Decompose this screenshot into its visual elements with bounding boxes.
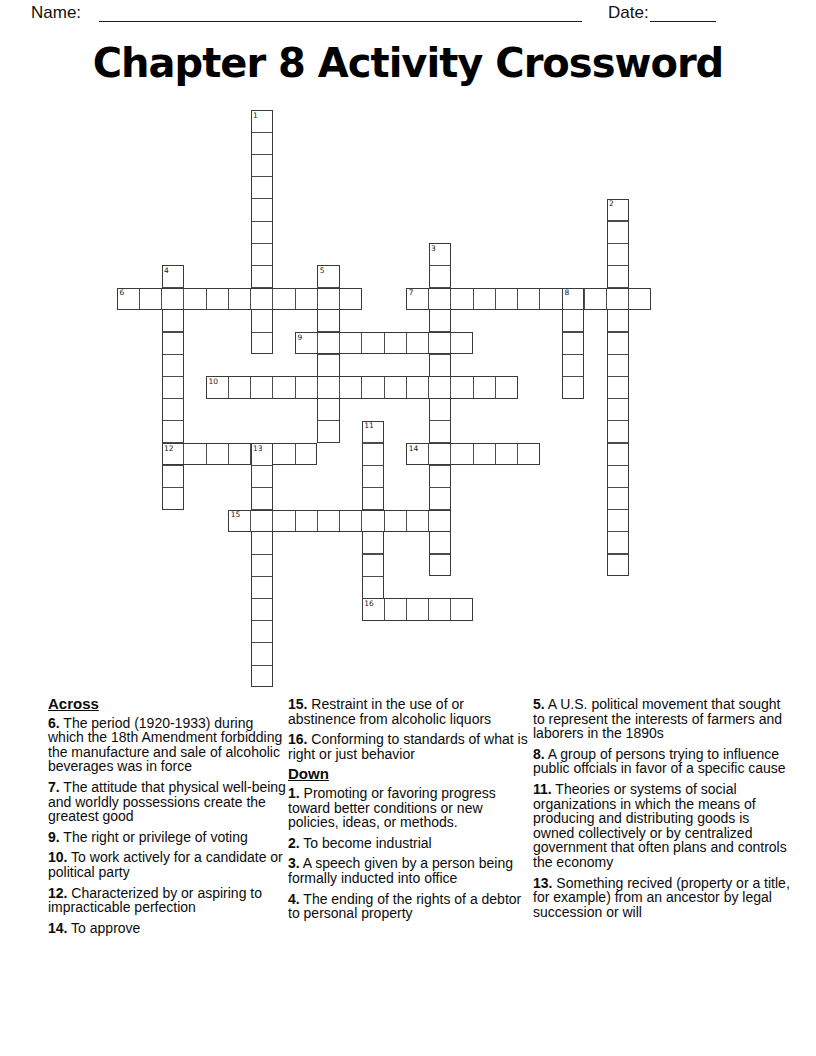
cell-separator (252, 487, 272, 488)
cell-separator (608, 465, 628, 466)
word-2-down (607, 199, 629, 576)
down-heading: Down (288, 767, 530, 782)
cell-number-14: 14 (409, 445, 419, 453)
cell-separator (428, 599, 429, 619)
cell-separator (608, 420, 628, 421)
cell-separator (450, 444, 451, 464)
cell-separator (163, 376, 183, 377)
cell-separator (252, 642, 272, 643)
cell-separator (563, 354, 583, 355)
cell-separator (363, 442, 383, 443)
cell-separator (563, 331, 583, 332)
cell-separator (495, 377, 496, 397)
cell-separator (272, 377, 273, 397)
clue-number: 10. (48, 849, 67, 865)
cell-separator (517, 444, 518, 464)
cell-separator (608, 265, 628, 266)
cell-number-8: 8 (565, 289, 570, 297)
clue-6-across: 6. The period (1920-1933) during which t… (48, 716, 288, 774)
cell-separator (252, 620, 272, 621)
cell-separator (608, 509, 628, 510)
cell-separator (406, 599, 407, 619)
cell-separator (317, 289, 318, 309)
cell-separator (430, 420, 450, 421)
cell-separator (450, 333, 451, 353)
clue-number: 5. (533, 696, 545, 712)
cell-number-1: 1 (253, 112, 258, 120)
cell-separator (295, 511, 296, 531)
cell-separator (252, 576, 272, 577)
cell-separator (163, 354, 183, 355)
cell-separator (428, 511, 429, 531)
clue-4-down: 4. The ending of the rights of a debtor … (288, 892, 530, 921)
cell-separator (428, 289, 429, 309)
word-14-across (406, 443, 540, 465)
cell-separator (161, 289, 162, 309)
cell-separator (252, 465, 272, 466)
clue-column-2: 15. Restraint in the use of or abstinenc… (288, 697, 530, 927)
cell-separator (450, 377, 451, 397)
cell-separator (252, 154, 272, 155)
word-1-down (251, 110, 273, 354)
cell-separator (252, 176, 272, 177)
cell-separator (163, 331, 183, 332)
cell-separator (295, 377, 296, 397)
clue-7-across: 7. The attitude that physical well-being… (48, 780, 288, 824)
cell-separator (318, 420, 338, 421)
cell-separator (406, 377, 407, 397)
clue-15-across: 15. Restraint in the use of or abstinenc… (288, 697, 530, 726)
clue-number: 1. (288, 785, 300, 801)
cell-number-2: 2 (609, 200, 614, 208)
cell-separator (608, 220, 628, 221)
word-9-across (295, 332, 473, 354)
cell-separator (428, 444, 429, 464)
cell-separator (430, 265, 450, 266)
cell-separator (295, 289, 296, 309)
clue-16-across: 16. Conforming to standards of what is r… (288, 732, 530, 761)
cell-separator (428, 377, 429, 397)
cell-separator (606, 289, 607, 309)
cell-number-15: 15 (231, 511, 241, 519)
cell-number-13: 13 (253, 445, 263, 453)
cell-separator (473, 377, 474, 397)
cell-separator (608, 376, 628, 377)
cell-separator (563, 309, 583, 310)
cell-separator (450, 599, 451, 619)
cell-separator (252, 132, 272, 133)
cell-separator (539, 289, 540, 309)
cell-separator (139, 289, 140, 309)
clue-number: 6. (48, 715, 60, 731)
cell-number-16: 16 (364, 600, 374, 608)
clue-1-down: 1. Promoting or favoring progress toward… (288, 786, 530, 830)
clue-13-down: 13. Something recived (property or a tit… (533, 876, 790, 920)
cell-separator (495, 444, 496, 464)
clue-10-across: 10. To work actively for a candidate or … (48, 850, 288, 879)
date-blank-line (650, 21, 716, 22)
cell-number-10: 10 (209, 378, 219, 386)
cell-separator (473, 444, 474, 464)
cell-number-11: 11 (364, 422, 374, 430)
clue-column-1: Across6. The period (1920-1933) during w… (48, 697, 288, 941)
word-13-down (251, 443, 273, 687)
clue-number: 9. (48, 829, 60, 845)
clue-number: 14. (48, 920, 67, 936)
cell-separator (608, 331, 628, 332)
cell-number-3: 3 (431, 245, 436, 253)
cell-separator (250, 511, 251, 531)
cell-separator (295, 444, 296, 464)
clue-column-3: 5. A U.S. political movement that sought… (533, 697, 790, 925)
cell-separator (361, 333, 362, 353)
cell-separator (252, 598, 272, 599)
cell-separator (272, 511, 273, 531)
cell-separator (450, 289, 451, 309)
cell-separator (363, 553, 383, 554)
name-label: Name: (31, 3, 81, 23)
cell-separator (406, 511, 407, 531)
cell-separator (608, 354, 628, 355)
page-title: Chapter 8 Activity Crossword (0, 40, 816, 86)
cell-number-4: 4 (164, 267, 169, 275)
clue-number: 13. (533, 875, 552, 891)
cell-separator (317, 377, 318, 397)
cell-separator (317, 511, 318, 531)
cell-separator (430, 553, 450, 554)
cell-separator (361, 377, 362, 397)
cell-separator (163, 420, 183, 421)
cell-separator (608, 487, 628, 488)
cell-separator (363, 576, 383, 577)
cell-separator (252, 265, 272, 266)
cell-separator (250, 289, 251, 309)
cell-separator (163, 398, 183, 399)
clue-9-across: 9. The right or privilege of voting (48, 830, 288, 845)
cell-separator (252, 221, 272, 222)
cell-separator (406, 333, 407, 353)
cell-number-6: 6 (120, 289, 125, 297)
cell-separator (428, 333, 429, 353)
clue-14-across: 14. To approve (48, 921, 288, 936)
cell-separator (363, 465, 383, 466)
cell-separator (183, 444, 184, 464)
cell-number-7: 7 (409, 289, 414, 297)
cell-number-12: 12 (164, 445, 174, 453)
cell-separator (163, 487, 183, 488)
cell-separator (563, 376, 583, 377)
date-label: Date: (608, 3, 649, 23)
clue-3-down: 3. A speech given by a person being form… (288, 856, 530, 885)
cell-separator (608, 243, 628, 244)
cell-separator (608, 442, 628, 443)
cell-separator (608, 553, 628, 554)
cell-separator (228, 377, 229, 397)
clue-number: 15. (288, 696, 307, 712)
word-6-across (117, 288, 362, 310)
cell-separator (252, 243, 272, 244)
cell-separator (430, 487, 450, 488)
clue-number: 16. (288, 731, 307, 747)
name-blank-line (99, 21, 582, 22)
crossword-grid: 12345678910111213141516 (117, 110, 652, 688)
cell-separator (473, 289, 474, 309)
clue-number: 2. (288, 835, 300, 851)
cell-separator (339, 511, 340, 531)
cell-separator (252, 332, 272, 333)
cell-separator (339, 289, 340, 309)
clue-2-down: 2. To become industrial (288, 836, 530, 851)
word-10-across (206, 376, 518, 398)
cell-separator (250, 377, 251, 397)
cell-separator (252, 198, 272, 199)
cell-separator (339, 333, 340, 353)
clue-number: 3. (288, 855, 300, 871)
clue-11-down: 11. Theories or systems of social organi… (533, 782, 790, 870)
clue-number: 4. (288, 891, 300, 907)
clue-number: 12. (48, 885, 67, 901)
word-15-across (228, 510, 451, 532)
cell-separator (628, 289, 629, 309)
cell-separator (183, 289, 184, 309)
word-16-across (362, 598, 473, 620)
cell-separator (206, 444, 207, 464)
cell-separator (608, 398, 628, 399)
cell-separator (517, 289, 518, 309)
cell-separator (206, 289, 207, 309)
clue-12-across: 12. Characterized by or aspiring to impr… (48, 886, 288, 915)
cell-separator (608, 531, 628, 532)
word-8-down (562, 288, 584, 399)
word-7-across (406, 288, 651, 310)
cell-separator (384, 333, 385, 353)
cell-separator (317, 333, 318, 353)
across-heading: Across (48, 697, 288, 712)
cell-separator (252, 554, 272, 555)
cell-separator (252, 665, 272, 666)
cell-number-9: 9 (298, 334, 303, 342)
clue-number: 7. (48, 779, 60, 795)
cell-number-5: 5 (320, 267, 325, 275)
cell-separator (384, 511, 385, 531)
clue-5-down: 5. A U.S. political movement that sought… (533, 697, 790, 741)
clue-number: 11. (533, 781, 552, 797)
cell-separator (495, 289, 496, 309)
cell-separator (228, 444, 229, 464)
cell-separator (384, 599, 385, 619)
cell-separator (339, 377, 340, 397)
clue-number: 8. (533, 746, 545, 762)
word-12-across (162, 443, 318, 465)
cell-separator (363, 487, 383, 488)
clue-8-down: 8. A group of persons trying to influenc… (533, 747, 790, 776)
cell-separator (361, 511, 362, 531)
cell-separator (384, 377, 385, 397)
cell-separator (228, 289, 229, 309)
cell-separator (272, 289, 273, 309)
